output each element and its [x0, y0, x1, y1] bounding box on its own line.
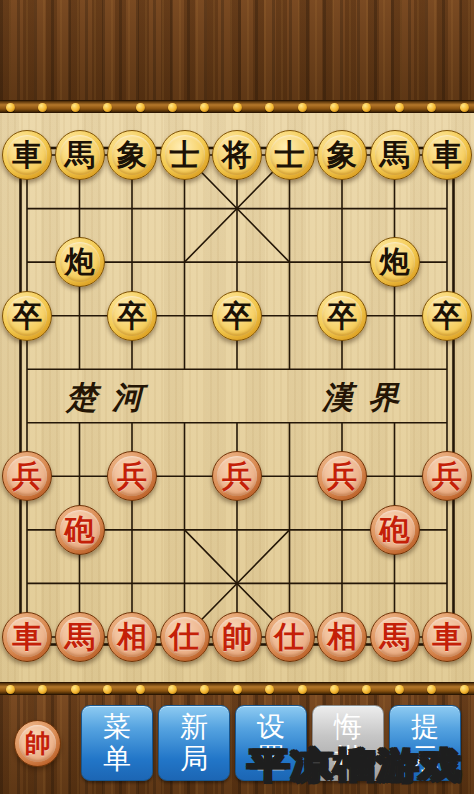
rail-stud: [265, 103, 274, 112]
rail-stud: [265, 685, 274, 694]
piece-glyph: 砲: [380, 515, 410, 545]
piece-glyph: 将: [222, 140, 252, 170]
piece-black-r0c4[interactable]: 将: [212, 130, 262, 180]
piece-glyph: 象: [327, 140, 357, 170]
piece-red-r9c4[interactable]: 帥: [212, 612, 262, 662]
piece-glyph: 馬: [380, 622, 410, 652]
piece-red-r9c5[interactable]: 仕: [265, 612, 315, 662]
piece-glyph: 兵: [12, 461, 42, 491]
piece-black-r0c7[interactable]: 馬: [370, 130, 420, 180]
rail-stud: [427, 685, 436, 694]
piece-glyph: 馬: [380, 140, 410, 170]
rail-stud: [103, 103, 112, 112]
watermark: 平凉榴游戏: [248, 742, 462, 789]
piece-glyph: 卒: [327, 301, 357, 331]
piece-glyph: 仕: [275, 622, 305, 652]
rail-stud: [298, 685, 307, 694]
button-label-char: 菜: [103, 711, 131, 743]
piece-red-r7c7[interactable]: 砲: [370, 505, 420, 555]
top-rail: [0, 100, 474, 113]
rail-stud: [460, 103, 469, 112]
piece-red-r7c1[interactable]: 砲: [55, 505, 105, 555]
turn-indicator-piece: 帥: [14, 720, 61, 767]
piece-glyph: 炮: [380, 247, 410, 277]
rail-stud: [233, 103, 242, 112]
piece-black-r0c3[interactable]: 士: [160, 130, 210, 180]
piece-glyph: 相: [327, 622, 357, 652]
piece-glyph: 卒: [12, 301, 42, 331]
piece-black-r0c6[interactable]: 象: [317, 130, 367, 180]
rail-stud: [136, 103, 145, 112]
rail-stud: [395, 103, 404, 112]
piece-glyph: 卒: [222, 301, 252, 331]
piece-red-r9c1[interactable]: 馬: [55, 612, 105, 662]
piece-glyph: 砲: [65, 515, 95, 545]
rail-stud: [460, 685, 469, 694]
new-game-button[interactable]: 新局: [158, 705, 230, 781]
button-label-char: 局: [180, 743, 208, 775]
button-label-char: 提: [411, 711, 439, 743]
piece-glyph: 象: [117, 140, 147, 170]
rail-stud: [136, 685, 145, 694]
top-wood-frame: [0, 0, 474, 100]
rail-stud: [395, 685, 404, 694]
piece-red-r9c7[interactable]: 馬: [370, 612, 420, 662]
rail-stud: [362, 103, 371, 112]
rail-stud: [200, 103, 209, 112]
turn-indicator-glyph: 帥: [25, 731, 51, 757]
rail-stud: [6, 103, 15, 112]
rail-stud: [6, 685, 15, 694]
piece-black-r0c8[interactable]: 車: [422, 130, 472, 180]
piece-glyph: 仕: [170, 622, 200, 652]
rail-stud: [233, 685, 242, 694]
river-label-right: 漢界: [322, 377, 414, 419]
rail-stud: [71, 103, 80, 112]
button-label-char: 悔: [334, 711, 362, 743]
piece-glyph: 士: [275, 140, 305, 170]
piece-glyph: 士: [170, 140, 200, 170]
piece-glyph: 馬: [65, 140, 95, 170]
piece-black-r3c8[interactable]: 卒: [422, 291, 472, 341]
piece-glyph: 車: [432, 140, 462, 170]
piece-black-r3c0[interactable]: 卒: [2, 291, 52, 341]
piece-red-r9c6[interactable]: 相: [317, 612, 367, 662]
piece-black-r3c2[interactable]: 卒: [107, 291, 157, 341]
piece-glyph: 兵: [327, 461, 357, 491]
button-label-char: 新: [180, 711, 208, 743]
piece-black-r3c4[interactable]: 卒: [212, 291, 262, 341]
bottom-rail: [0, 682, 474, 695]
rail-stud: [200, 685, 209, 694]
piece-glyph: 炮: [65, 247, 95, 277]
piece-glyph: 相: [117, 622, 147, 652]
piece-black-r3c6[interactable]: 卒: [317, 291, 367, 341]
rail-stud: [168, 685, 177, 694]
piece-glyph: 兵: [432, 461, 462, 491]
rail-stud: [103, 685, 112, 694]
piece-red-r9c0[interactable]: 車: [2, 612, 52, 662]
piece-glyph: 兵: [222, 461, 252, 491]
river-label-left: 楚河: [66, 377, 158, 419]
piece-black-r0c5[interactable]: 士: [265, 130, 315, 180]
rail-stud: [38, 685, 47, 694]
piece-glyph: 卒: [432, 301, 462, 331]
piece-red-r9c8[interactable]: 車: [422, 612, 472, 662]
xiangqi-app: 楚河 漢界 車馬象士将士象馬車炮炮卒卒卒卒卒兵兵兵兵兵砲砲車馬相仕帥仕相馬車 帥…: [0, 0, 474, 794]
rail-stud: [427, 103, 436, 112]
rail-stud: [168, 103, 177, 112]
rail-stud: [298, 103, 307, 112]
rail-stud: [38, 103, 47, 112]
piece-red-r9c3[interactable]: 仕: [160, 612, 210, 662]
piece-glyph: 車: [12, 140, 42, 170]
piece-black-r0c2[interactable]: 象: [107, 130, 157, 180]
rail-stud: [71, 685, 80, 694]
piece-glyph: 卒: [117, 301, 147, 331]
piece-black-r0c1[interactable]: 馬: [55, 130, 105, 180]
piece-glyph: 車: [12, 622, 42, 652]
piece-glyph: 兵: [117, 461, 147, 491]
rail-stud: [330, 103, 339, 112]
rail-stud: [362, 685, 371, 694]
piece-glyph: 帥: [222, 622, 252, 652]
piece-black-r0c0[interactable]: 車: [2, 130, 52, 180]
piece-red-r9c2[interactable]: 相: [107, 612, 157, 662]
rail-stud: [330, 685, 339, 694]
button-label-char: 单: [103, 743, 131, 775]
piece-glyph: 車: [432, 622, 462, 652]
piece-black-r2c1[interactable]: 炮: [55, 237, 105, 287]
piece-glyph: 馬: [65, 622, 95, 652]
piece-black-r2c7[interactable]: 炮: [370, 237, 420, 287]
button-label-char: 设: [257, 711, 285, 743]
menu-button[interactable]: 菜单: [81, 705, 153, 781]
